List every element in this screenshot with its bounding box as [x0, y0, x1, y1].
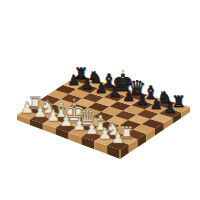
piece-white-pawn-g1: ♟ [33, 105, 47, 121]
piece-black-pawn-g7: ♟ [81, 76, 94, 90]
piece-black-pawn-b7: ♟ [150, 97, 163, 111]
piece-white-pawn-d1: ♟ [72, 118, 86, 134]
piece-white-pawn-f1: ♟ [46, 110, 60, 126]
king-finial [73, 98, 76, 101]
chess-set-photo: ♜♞♟♝♟♚♟♛♟♝♟♞♟♜♟♜♟♞♟♝♟♚♟♛♟♝♟♞♟♜♟♟ [0, 0, 200, 200]
piece-black-pawn-e7: ♟ [108, 84, 121, 98]
piece-black-pawn-c7: ♟ [136, 92, 149, 106]
piece-white-pawn-h1: ♟ [20, 101, 34, 117]
piece-white-pawn-c1: ♟ [85, 123, 99, 139]
piece-black-pawn-h7: ♟ [67, 72, 80, 86]
piece-white-pawn-a1: ♟ [111, 131, 125, 147]
piece-black-pawn-f7: ♟ [95, 80, 108, 94]
king-finial [121, 69, 124, 72]
piece-white-pawn-e1: ♟ [59, 114, 73, 130]
piece-black-pawn-d7: ♟ [122, 88, 135, 102]
piece-black-pawn-a7: ♟ [164, 101, 177, 115]
piece-white-pawn-b1: ♟ [98, 127, 112, 143]
